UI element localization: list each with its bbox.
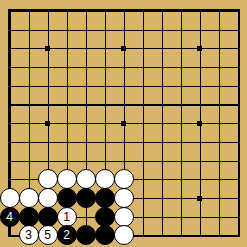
black-stone: 2	[57, 225, 77, 245]
white-stone	[114, 207, 134, 227]
white-stone	[114, 169, 134, 189]
white-stone	[0, 188, 20, 208]
black-stone	[95, 188, 115, 208]
move-number-label: 2	[63, 229, 70, 241]
white-stone: 5	[38, 225, 58, 245]
black-stone	[57, 188, 77, 208]
white-stone	[114, 188, 134, 208]
black-stone: 4	[0, 207, 20, 227]
black-stone	[76, 225, 96, 245]
move-number-label: 4	[6, 210, 13, 222]
move-number-label: 5	[44, 229, 51, 241]
black-stone	[38, 207, 58, 227]
black-stone	[95, 207, 115, 227]
white-stone	[76, 169, 96, 189]
move-number-label: 1	[63, 210, 70, 222]
white-stone	[57, 169, 77, 189]
black-stone	[95, 225, 115, 245]
white-stone	[114, 225, 134, 245]
white-stone: 1	[57, 207, 77, 227]
go-board-diagram: 41352	[0, 0, 247, 247]
white-stone: 3	[19, 225, 39, 245]
white-stone	[95, 169, 115, 189]
black-stone	[19, 207, 39, 227]
go-board[interactable]: 41352	[0, 2, 247, 245]
white-stone	[19, 188, 39, 208]
white-stone	[38, 188, 58, 208]
white-stone	[38, 169, 58, 189]
move-number-label: 3	[25, 229, 32, 241]
black-stone	[76, 188, 96, 208]
